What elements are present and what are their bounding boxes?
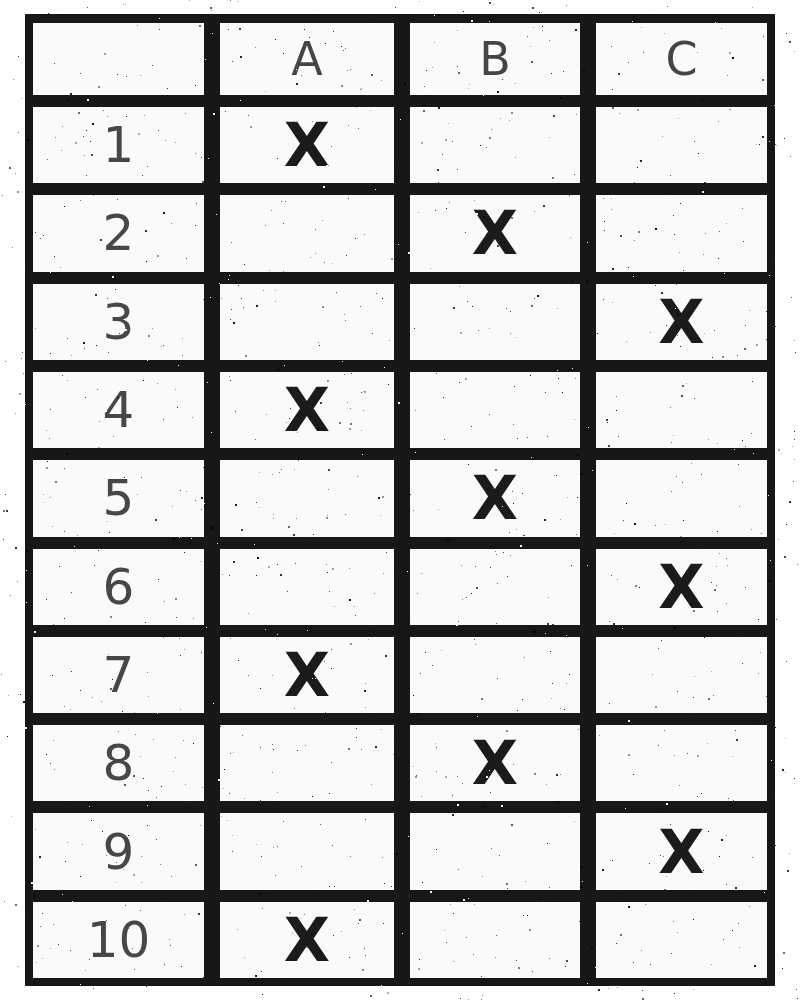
cell-5-c[interactable]	[596, 460, 767, 536]
row-label-4: 4	[33, 372, 204, 448]
column-header-b: B	[410, 23, 580, 95]
cell-2-c[interactable]	[596, 195, 767, 271]
row-label-8: 8	[33, 725, 204, 801]
cell-2-a[interactable]	[220, 195, 394, 271]
cell-3-c[interactable]: X	[596, 284, 767, 360]
cell-2-b[interactable]: X	[410, 195, 580, 271]
cell-10-c[interactable]	[596, 902, 767, 978]
cell-5-a[interactable]	[220, 460, 394, 536]
cell-6-b[interactable]	[410, 549, 580, 625]
cell-9-b[interactable]	[410, 813, 580, 889]
cell-4-b[interactable]	[410, 372, 580, 448]
cell-10-b[interactable]	[410, 902, 580, 978]
cell-9-a[interactable]	[220, 813, 394, 889]
cell-4-c[interactable]	[596, 372, 767, 448]
cell-9-c[interactable]: X	[596, 813, 767, 889]
cell-8-c[interactable]	[596, 725, 767, 801]
row-label-6: 6	[33, 549, 204, 625]
cell-3-a[interactable]	[220, 284, 394, 360]
row-label-3: 3	[33, 284, 204, 360]
row-label-7: 7	[33, 637, 204, 713]
cell-7-b[interactable]	[410, 637, 580, 713]
column-header-a: A	[220, 23, 394, 95]
cell-1-c[interactable]	[596, 107, 767, 183]
cell-10-a[interactable]: X	[220, 902, 394, 978]
corner-cell	[33, 23, 204, 95]
cell-4-a[interactable]: X	[220, 372, 394, 448]
row-label-2: 2	[33, 195, 204, 271]
cell-8-b[interactable]: X	[410, 725, 580, 801]
cell-7-a[interactable]: X	[220, 637, 394, 713]
cell-7-c[interactable]	[596, 637, 767, 713]
cell-3-b[interactable]	[410, 284, 580, 360]
scanned-answer-sheet: A B C 1 X 2 X 3 X 4 X 5 X 6 X 7 X	[0, 0, 800, 1000]
row-label-1: 1	[33, 107, 204, 183]
cell-5-b[interactable]: X	[410, 460, 580, 536]
row-label-5: 5	[33, 460, 204, 536]
cell-1-a[interactable]: X	[220, 107, 394, 183]
row-label-10: 10	[33, 902, 204, 978]
row-label-9: 9	[33, 813, 204, 889]
cell-8-a[interactable]	[220, 725, 394, 801]
column-header-c: C	[596, 23, 767, 95]
cell-1-b[interactable]	[410, 107, 580, 183]
answer-grid-table: A B C 1 X 2 X 3 X 4 X 5 X 6 X 7 X	[25, 14, 775, 986]
cell-6-c[interactable]: X	[596, 549, 767, 625]
cell-6-a[interactable]	[220, 549, 394, 625]
